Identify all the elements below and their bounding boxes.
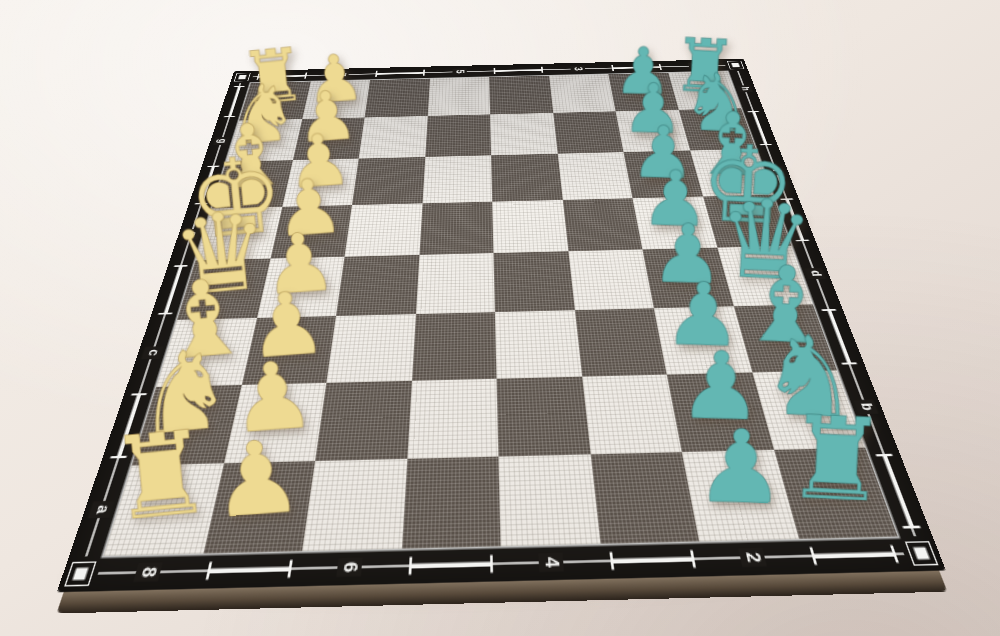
coordinate-label: 2 — [738, 548, 767, 568]
ruler-bar-icon — [609, 550, 695, 570]
square-h5[interactable] — [427, 77, 490, 116]
square-d6[interactable] — [336, 255, 419, 316]
square-h3[interactable] — [549, 74, 616, 112]
coordinate-label: 6 — [337, 557, 363, 577]
piece-teal-rook-a1[interactable]: ♜ — [783, 401, 891, 520]
square-b6[interactable] — [315, 381, 411, 461]
square-d5[interactable] — [415, 253, 494, 314]
square-g5[interactable] — [425, 114, 491, 157]
square-a6[interactable] — [302, 458, 407, 551]
ruler-bar-icon — [408, 555, 492, 575]
coordinate-label: 3 — [570, 65, 585, 72]
ruler-bar-icon — [494, 67, 544, 74]
square-e4[interactable] — [492, 200, 568, 253]
square-c3[interactable] — [574, 308, 666, 377]
square-c6[interactable] — [326, 314, 415, 383]
square-f4[interactable] — [491, 154, 562, 202]
square-e3[interactable] — [562, 198, 642, 251]
square-h6[interactable] — [365, 79, 430, 118]
square-g6[interactable] — [359, 116, 428, 159]
ruler-bar-icon — [205, 560, 292, 580]
rook-icon: ♜ — [783, 401, 891, 520]
square-h4[interactable] — [489, 76, 553, 115]
square-a4[interactable] — [498, 454, 599, 546]
square-b5[interactable] — [407, 379, 499, 459]
scene: 7531 8642 geca hfdb ♜♞♝♛♚♝♞♜♟♟♟♟♟♟♟♟♟♟♟♟… — [0, 0, 1000, 636]
pawn-icon: ♟ — [694, 416, 787, 520]
pawn-icon: ♟ — [208, 426, 306, 534]
square-c4[interactable] — [495, 310, 582, 379]
coordinate-label: 5 — [452, 68, 466, 75]
square-g3[interactable] — [553, 111, 624, 154]
square-b3[interactable] — [582, 375, 682, 454]
square-d3[interactable] — [568, 250, 654, 310]
square-f3[interactable] — [557, 152, 632, 200]
ruler-bar-icon — [375, 70, 425, 77]
piece-yellow-pawn-a7[interactable]: ♟ — [208, 426, 306, 534]
piece-yellow-rook-a8[interactable]: ♜ — [104, 415, 217, 539]
square-g4[interactable] — [490, 113, 557, 156]
square-a5[interactable] — [401, 456, 500, 549]
coordinate-label: 4 — [539, 552, 565, 572]
square-e5[interactable] — [419, 201, 493, 255]
ruler-bar-icon — [809, 545, 898, 564]
rook-icon: ♜ — [104, 415, 217, 539]
piece-teal-pawn-a2[interactable]: ♟ — [694, 416, 787, 520]
square-e6[interactable] — [344, 203, 422, 257]
square-d4[interactable] — [493, 251, 574, 311]
coordinate-label: 8 — [134, 562, 164, 582]
square-c5[interactable] — [411, 312, 496, 381]
square-a3[interactable] — [590, 452, 699, 544]
square-b4[interactable] — [496, 377, 590, 456]
square-f5[interactable] — [422, 155, 492, 203]
square-f6[interactable] — [352, 157, 425, 205]
